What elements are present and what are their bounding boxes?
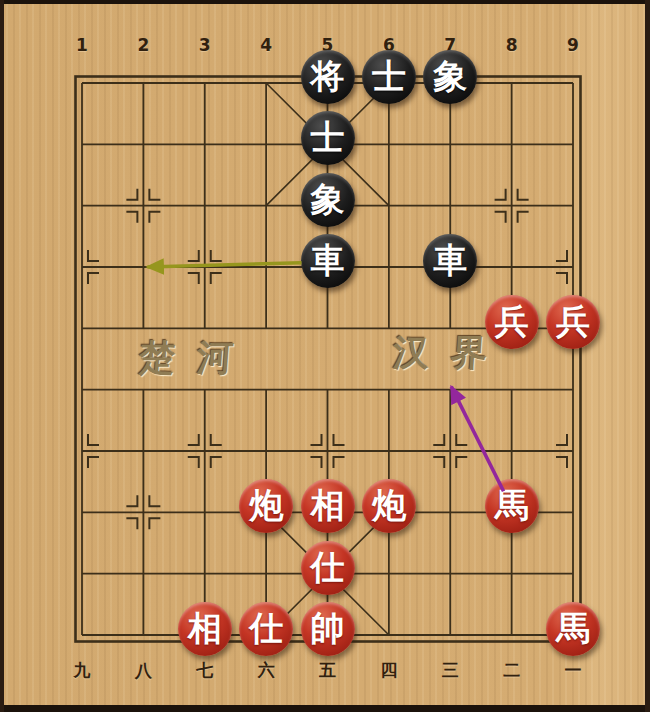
piece-red-兵-9-5[interactable]: 兵 xyxy=(546,295,600,349)
piece-black-象-7-1[interactable]: 象 xyxy=(423,50,477,104)
piece-red-相-5-8[interactable]: 相 xyxy=(301,479,355,533)
piece-red-仕-5-9[interactable]: 仕 xyxy=(301,541,355,595)
piece-black-車-5-4[interactable]: 車 xyxy=(301,234,355,288)
piece-red-相-3-10[interactable]: 相 xyxy=(178,602,232,656)
piece-red-馬-9-10[interactable]: 馬 xyxy=(546,602,600,656)
piece-red-馬-8-8[interactable]: 馬 xyxy=(485,479,539,533)
piece-red-仕-4-10[interactable]: 仕 xyxy=(239,602,293,656)
piece-black-象-5-3[interactable]: 象 xyxy=(301,173,355,227)
piece-black-士-6-1[interactable]: 士 xyxy=(362,50,416,104)
piece-black-将-5-1[interactable]: 将 xyxy=(301,50,355,104)
river-label-chu-he: 楚河 xyxy=(137,334,256,383)
piece-red-炮-6-8[interactable]: 炮 xyxy=(362,479,416,533)
piece-black-車-7-4[interactable]: 車 xyxy=(423,234,477,288)
piece-red-帥-5-10[interactable]: 帥 xyxy=(301,602,355,656)
piece-black-士-5-2[interactable]: 士 xyxy=(301,111,355,165)
piece-red-兵-8-5[interactable]: 兵 xyxy=(485,295,539,349)
xiangqi-screenshot: 123456789 九八七六五四三二一 楚河 汉界 将士象士象車車兵兵炮相炮馬仕… xyxy=(0,0,650,712)
